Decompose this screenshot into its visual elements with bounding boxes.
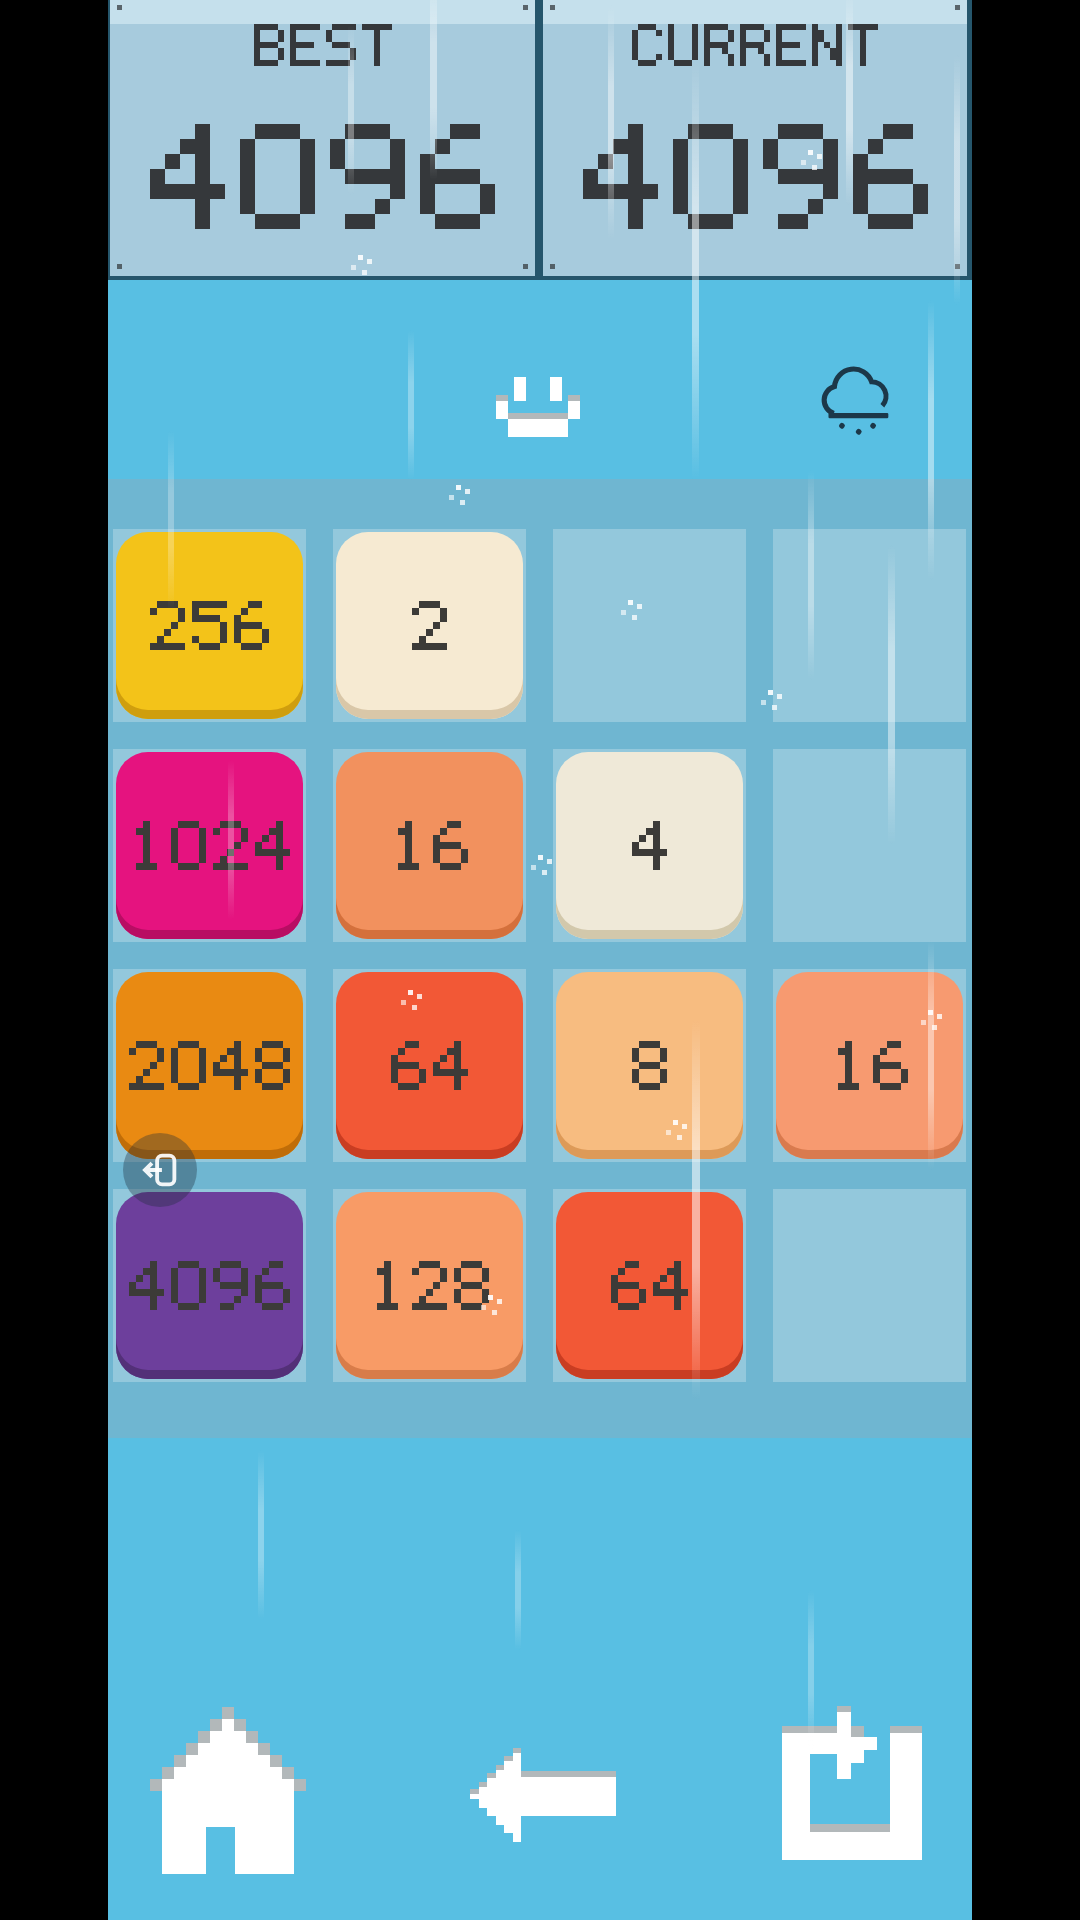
- cell: [333, 969, 526, 1162]
- rivet-icon: [523, 5, 528, 10]
- game-area: [108, 0, 972, 1920]
- tile-4: [556, 752, 743, 939]
- restart-button restart-icon[interactable]: [782, 1706, 922, 1860]
- cell: [113, 749, 306, 942]
- rain-cloud-icon: [820, 362, 898, 444]
- cell: [553, 529, 746, 722]
- rivet-icon: [955, 264, 960, 269]
- rivet-icon: [550, 264, 555, 269]
- best-value: [110, 124, 535, 229]
- grid[interactable]: [113, 529, 966, 1382]
- best-score-panel: [110, 0, 535, 276]
- home-button home-icon[interactable]: [150, 1707, 306, 1875]
- cell: [553, 749, 746, 942]
- panel-top-band: [110, 0, 535, 24]
- current-value: [543, 124, 967, 229]
- tile-value: [129, 1041, 290, 1090]
- tile-2048: [116, 972, 303, 1159]
- screen: [0, 0, 1080, 1920]
- tile-4096: [116, 1192, 303, 1379]
- rivet-icon: [117, 5, 122, 10]
- current-label: [543, 24, 967, 66]
- cell: [113, 529, 306, 722]
- score-header: [108, 0, 972, 280]
- cell: [553, 969, 746, 1162]
- tile-value: [412, 601, 447, 650]
- rivet-icon: [523, 264, 528, 269]
- tile-256: [116, 532, 303, 719]
- rivet-icon: [117, 264, 122, 269]
- tile-value: [831, 1041, 908, 1090]
- cell: [113, 969, 306, 1162]
- tile-value: [129, 821, 290, 870]
- tile-1024: [116, 752, 303, 939]
- tile-value: [129, 1261, 290, 1310]
- cell: [773, 1189, 966, 1382]
- tile-16: [336, 752, 523, 939]
- cell: [113, 1189, 306, 1382]
- back-gesture-button[interactable]: [123, 1133, 197, 1207]
- cell: [773, 529, 966, 722]
- back-button back-arrow-icon[interactable]: [470, 1743, 616, 1849]
- tile-8: [556, 972, 743, 1159]
- best-label: [110, 24, 535, 66]
- tile-value: [632, 821, 667, 870]
- tile-64: [336, 972, 523, 1159]
- tile-2: [336, 532, 523, 719]
- tile-value: [611, 1261, 688, 1310]
- cell: [773, 749, 966, 942]
- panel-top-band: [543, 0, 967, 24]
- tile-16: [776, 972, 963, 1159]
- tile-value: [150, 601, 269, 650]
- tile-value: [632, 1041, 667, 1090]
- cell: [553, 1189, 746, 1382]
- cell: [773, 969, 966, 1162]
- cell: [333, 1189, 526, 1382]
- current-score-panel: [543, 0, 967, 276]
- back-gesture-icon: [137, 1147, 183, 1193]
- tile-value: [391, 821, 468, 870]
- cell: [333, 529, 526, 722]
- board[interactable]: [108, 479, 972, 1438]
- smiley-face-icon: [496, 377, 580, 443]
- rivet-icon: [550, 5, 555, 10]
- tile-64: [556, 1192, 743, 1379]
- tile-value: [391, 1041, 468, 1090]
- tile-value: [370, 1261, 489, 1310]
- tile-128: [336, 1192, 523, 1379]
- rivet-icon: [955, 5, 960, 10]
- cell: [333, 749, 526, 942]
